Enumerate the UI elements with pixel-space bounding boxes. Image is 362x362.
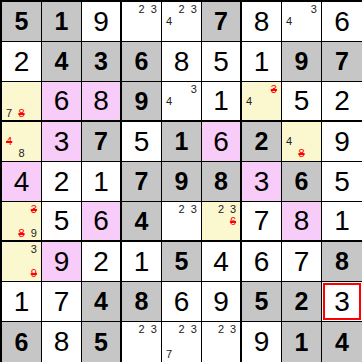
cell-r4c9[interactable]: 9 bbox=[322, 122, 362, 162]
cell-r3c9[interactable]: 2 bbox=[322, 82, 362, 122]
cell-r5c3[interactable]: 1 bbox=[82, 162, 122, 202]
given-digit: 2 bbox=[255, 129, 269, 154]
cell-r7c5[interactable]: 5 bbox=[162, 242, 202, 282]
solved-digit: 9 bbox=[93, 8, 109, 36]
pencil-marks: 237 bbox=[163, 323, 200, 361]
cell-r9c7[interactable]: 9 bbox=[242, 322, 282, 362]
pencil-mark-3: 3 bbox=[188, 203, 200, 215]
cell-r2c4[interactable]: 6 bbox=[122, 42, 162, 82]
cell-r4c4[interactable]: 5 bbox=[122, 122, 162, 162]
given-digit: 8 bbox=[135, 289, 149, 314]
pencil-mark-8-eliminated: 8 bbox=[15, 107, 27, 119]
solved-digit: 6 bbox=[213, 128, 229, 156]
cell-r3c1[interactable]: 78 bbox=[2, 82, 42, 122]
pencil-mark-2: 2 bbox=[215, 203, 227, 215]
pencil-marks: 23 bbox=[163, 203, 200, 239]
cell-r9c6[interactable]: 23 bbox=[202, 322, 242, 362]
given-digit: 4 bbox=[135, 209, 149, 234]
pencil-mark-2: 2 bbox=[175, 203, 187, 215]
cell-r8c8[interactable]: 2 bbox=[282, 282, 322, 322]
given-digit: 8 bbox=[335, 249, 349, 274]
solved-digit: 9 bbox=[254, 328, 270, 356]
cell-r1c4[interactable]: 23 bbox=[122, 2, 162, 42]
solved-digit: 9 bbox=[334, 128, 350, 156]
cell-r4c5[interactable]: 1 bbox=[162, 122, 202, 162]
cell-r9c1[interactable]: 6 bbox=[2, 322, 42, 362]
cell-r6c9[interactable]: 1 bbox=[322, 202, 362, 242]
solved-digit: 8 bbox=[294, 207, 310, 235]
solved-digit: 2 bbox=[54, 168, 70, 196]
given-digit: 6 bbox=[295, 169, 309, 194]
cell-r8c5[interactable]: 6 bbox=[162, 282, 202, 322]
given-digit: 7 bbox=[135, 169, 149, 194]
cell-r9c2[interactable]: 8 bbox=[42, 322, 82, 362]
cell-r6c2[interactable]: 5 bbox=[42, 202, 82, 242]
cell-r2c6[interactable]: 5 bbox=[202, 42, 242, 82]
solved-digit: 9 bbox=[54, 248, 70, 276]
cell-r3c5[interactable]: 34 bbox=[162, 82, 202, 122]
solved-digit: 6 bbox=[174, 288, 190, 316]
solved-digit: 2 bbox=[334, 87, 350, 115]
cell-r2c9[interactable]: 7 bbox=[322, 42, 362, 82]
solved-digit: 5 bbox=[134, 128, 150, 156]
solved-digit: 7 bbox=[254, 207, 270, 235]
solved-digit: 5 bbox=[294, 87, 310, 115]
cell-r7c7[interactable]: 6 bbox=[242, 242, 282, 282]
cell-r3c8[interactable]: 5 bbox=[282, 82, 322, 122]
solved-digit: 1 bbox=[254, 48, 270, 76]
given-digit: 1 bbox=[175, 129, 189, 154]
cell-r4c8[interactable]: 48 bbox=[282, 122, 322, 162]
cell-r8c9[interactable]: 3 bbox=[322, 282, 362, 322]
pencil-mark-3: 3 bbox=[188, 83, 200, 95]
solved-digit: 6 bbox=[334, 8, 350, 36]
cell-r8c4[interactable]: 8 bbox=[122, 282, 162, 322]
pencil-mark-2: 2 bbox=[135, 323, 147, 336]
pencil-marks: 23 bbox=[123, 3, 160, 40]
cell-r1c2[interactable]: 1 bbox=[42, 2, 82, 42]
given-digit: 5 bbox=[94, 330, 108, 355]
pencil-mark-3-eliminated: 3 bbox=[268, 83, 280, 95]
solved-digit: 6 bbox=[93, 207, 109, 235]
sudoku-board: 5192323478346243685197786893413452483751… bbox=[0, 0, 362, 362]
given-digit: 7 bbox=[214, 9, 228, 34]
cell-r5c7[interactable]: 3 bbox=[242, 162, 282, 202]
solved-digit: 5 bbox=[54, 207, 70, 235]
pencil-mark-4-eliminated: 4 bbox=[3, 135, 15, 147]
cell-r5c6[interactable]: 8 bbox=[202, 162, 242, 202]
given-digit: 9 bbox=[135, 89, 149, 114]
cell-r9c4[interactable]: 23 bbox=[122, 322, 162, 362]
pencil-mark-3: 3 bbox=[308, 3, 320, 15]
pencil-mark-4: 4 bbox=[243, 95, 255, 107]
cell-r7c4[interactable]: 1 bbox=[122, 242, 162, 282]
cell-r2c7[interactable]: 1 bbox=[242, 42, 282, 82]
given-digit: 7 bbox=[94, 129, 108, 154]
cell-r4c2[interactable]: 3 bbox=[42, 122, 82, 162]
given-digit: 9 bbox=[295, 49, 309, 74]
cell-r2c8[interactable]: 9 bbox=[282, 42, 322, 82]
pencil-mark-4: 4 bbox=[283, 15, 295, 27]
pencil-marks: 23 bbox=[123, 323, 160, 361]
pencil-mark-7: 7 bbox=[163, 348, 175, 361]
solved-digit: 7 bbox=[54, 288, 70, 316]
cell-r9c8[interactable]: 1 bbox=[282, 322, 322, 362]
cell-r3c2[interactable]: 6 bbox=[42, 82, 82, 122]
given-digit: 5 bbox=[175, 249, 189, 274]
given-digit: 5 bbox=[255, 289, 269, 314]
pencil-mark-9: 9 bbox=[28, 227, 40, 239]
solved-digit: 6 bbox=[254, 248, 270, 276]
cell-r5c1[interactable]: 4 bbox=[2, 162, 42, 202]
solved-digit: 8 bbox=[174, 48, 190, 76]
solved-digit: 4 bbox=[14, 168, 30, 196]
given-digit: 1 bbox=[295, 330, 309, 355]
cell-r7c8[interactable]: 7 bbox=[282, 242, 322, 282]
cell-r7c9[interactable]: 8 bbox=[322, 242, 362, 282]
cell-r1c8[interactable]: 34 bbox=[282, 2, 322, 42]
pencil-mark-3-eliminated: 3 bbox=[28, 203, 40, 215]
solved-digit: 3 bbox=[254, 168, 270, 196]
cell-r5c8[interactable]: 6 bbox=[282, 162, 322, 202]
given-digit: 3 bbox=[94, 49, 108, 74]
pencil-marks: 236 bbox=[203, 203, 239, 239]
pencil-mark-3: 3 bbox=[227, 203, 239, 215]
pencil-mark-3: 3 bbox=[148, 323, 160, 336]
pencil-marks: 48 bbox=[3, 123, 40, 160]
cell-r7c3[interactable]: 2 bbox=[82, 242, 122, 282]
pencil-marks: 23 bbox=[203, 323, 239, 361]
given-digit: 9 bbox=[175, 169, 189, 194]
solved-digit: 1 bbox=[134, 248, 150, 276]
cell-r4c3[interactable]: 7 bbox=[82, 122, 122, 162]
cell-r1c5[interactable]: 234 bbox=[162, 2, 202, 42]
pencil-mark-3: 3 bbox=[188, 3, 200, 15]
pencil-marks: 389 bbox=[3, 203, 40, 239]
cell-r1c7[interactable]: 8 bbox=[242, 2, 282, 42]
pencil-mark-3: 3 bbox=[28, 243, 40, 255]
cell-r1c6[interactable]: 7 bbox=[202, 2, 242, 42]
pencil-mark-3: 3 bbox=[188, 323, 200, 336]
cell-r1c1[interactable]: 5 bbox=[2, 2, 42, 42]
cell-r2c3[interactable]: 3 bbox=[82, 42, 122, 82]
cell-r6c7[interactable]: 7 bbox=[242, 202, 282, 242]
cell-r1c9[interactable]: 6 bbox=[322, 2, 362, 42]
solved-digit: 1 bbox=[213, 87, 229, 115]
cell-r9c9[interactable]: 4 bbox=[322, 322, 362, 362]
cell-r7c1[interactable]: 39 bbox=[2, 242, 42, 282]
cell-r2c2[interactable]: 4 bbox=[42, 42, 82, 82]
cell-r5c4[interactable]: 7 bbox=[122, 162, 162, 202]
solved-digit: 7 bbox=[294, 248, 310, 276]
cell-r8c7[interactable]: 5 bbox=[242, 282, 282, 322]
pencil-mark-4: 4 bbox=[163, 95, 175, 107]
pencil-mark-8-eliminated: 8 bbox=[295, 148, 307, 160]
pencil-mark-3: 3 bbox=[227, 323, 239, 336]
given-digit: 4 bbox=[94, 289, 108, 314]
pencil-mark-4: 4 bbox=[163, 15, 175, 27]
pencil-marks: 78 bbox=[3, 83, 40, 119]
pencil-mark-6-eliminated: 6 bbox=[227, 215, 239, 227]
pencil-marks: 48 bbox=[283, 123, 320, 160]
cell-r8c6[interactable]: 9 bbox=[202, 282, 242, 322]
cell-r8c2[interactable]: 7 bbox=[42, 282, 82, 322]
pencil-marks: 234 bbox=[163, 3, 200, 40]
cell-r6c4[interactable]: 4 bbox=[122, 202, 162, 242]
given-digit: 8 bbox=[214, 169, 228, 194]
solved-digit: 1 bbox=[93, 168, 109, 196]
solved-digit: 5 bbox=[334, 168, 350, 196]
solved-digit: 9 bbox=[213, 288, 229, 316]
pencil-mark-8: 8 bbox=[15, 148, 27, 160]
cell-r2c5[interactable]: 8 bbox=[162, 42, 202, 82]
solved-digit: 1 bbox=[14, 288, 30, 316]
cell-r4c1[interactable]: 48 bbox=[2, 122, 42, 162]
given-digit: 4 bbox=[55, 49, 69, 74]
cell-r9c5[interactable]: 237 bbox=[162, 322, 202, 362]
cell-r5c2[interactable]: 2 bbox=[42, 162, 82, 202]
solved-digit: 2 bbox=[93, 248, 109, 276]
solved-digit: 8 bbox=[54, 328, 70, 356]
solved-digit: 8 bbox=[93, 87, 109, 115]
given-digit: 6 bbox=[15, 330, 29, 355]
cell-r3c4[interactable]: 9 bbox=[122, 82, 162, 122]
pencil-marks: 34 bbox=[163, 83, 200, 119]
pencil-mark-2: 2 bbox=[215, 323, 227, 336]
solved-digit: 1 bbox=[334, 207, 350, 235]
cell-r8c1[interactable]: 1 bbox=[2, 282, 42, 322]
cell-r8c3[interactable]: 4 bbox=[82, 282, 122, 322]
given-digit: 5 bbox=[15, 9, 29, 34]
pencil-marks: 39 bbox=[3, 243, 40, 280]
cell-r7c2[interactable]: 9 bbox=[42, 242, 82, 282]
cell-r6c3[interactable]: 6 bbox=[82, 202, 122, 242]
cell-r3c7[interactable]: 34 bbox=[242, 82, 282, 122]
given-digit: 2 bbox=[295, 289, 309, 314]
cell-r3c6[interactable]: 1 bbox=[202, 82, 242, 122]
cell-r6c5[interactable]: 23 bbox=[162, 202, 202, 242]
solved-digit: 2 bbox=[14, 48, 30, 76]
pencil-mark-9-eliminated: 9 bbox=[28, 268, 40, 280]
pencil-mark-7: 7 bbox=[3, 107, 15, 119]
cell-r6c1[interactable]: 389 bbox=[2, 202, 42, 242]
solved-digit: 6 bbox=[54, 87, 70, 115]
cell-r9c3[interactable]: 5 bbox=[82, 322, 122, 362]
pencil-marks: 34 bbox=[243, 83, 280, 119]
cell-r3c3[interactable]: 8 bbox=[82, 82, 122, 122]
solved-digit: 3 bbox=[54, 128, 70, 156]
solved-digit: 3 bbox=[334, 288, 350, 316]
cell-r5c9[interactable]: 5 bbox=[322, 162, 362, 202]
pencil-mark-2: 2 bbox=[175, 323, 187, 336]
solved-digit: 5 bbox=[213, 48, 229, 76]
cell-r5c5[interactable]: 9 bbox=[162, 162, 202, 202]
given-digit: 1 bbox=[55, 9, 69, 34]
pencil-mark-8-eliminated: 8 bbox=[15, 227, 27, 239]
given-digit: 6 bbox=[135, 49, 149, 74]
solved-digit: 8 bbox=[254, 8, 270, 36]
given-digit: 7 bbox=[335, 49, 349, 74]
cell-r4c7[interactable]: 2 bbox=[242, 122, 282, 162]
pencil-mark-2: 2 bbox=[135, 3, 147, 15]
pencil-mark-2: 2 bbox=[175, 3, 187, 15]
cell-r6c6[interactable]: 236 bbox=[202, 202, 242, 242]
cell-r2c1[interactable]: 2 bbox=[2, 42, 42, 82]
cell-r4c6[interactable]: 6 bbox=[202, 122, 242, 162]
cell-r7c6[interactable]: 4 bbox=[202, 242, 242, 282]
solved-digit: 4 bbox=[213, 248, 229, 276]
pencil-marks: 34 bbox=[283, 3, 320, 40]
pencil-mark-3: 3 bbox=[148, 3, 160, 15]
pencil-mark-4: 4 bbox=[283, 135, 295, 147]
cell-r6c8[interactable]: 8 bbox=[282, 202, 322, 242]
given-digit: 4 bbox=[335, 330, 349, 355]
cell-r1c3[interactable]: 9 bbox=[82, 2, 122, 42]
